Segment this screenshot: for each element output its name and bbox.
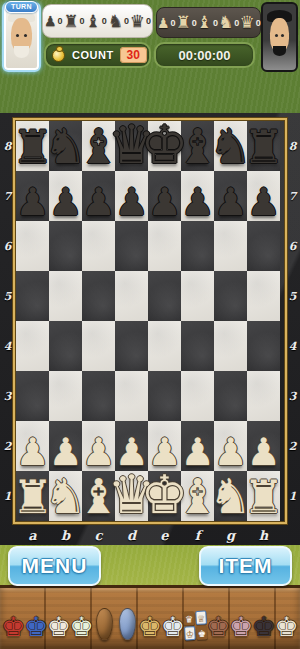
matryoshka-blue-icon <box>119 608 136 640</box>
rank-label-4-right: 4 <box>286 321 299 371</box>
captured-pawn: ♟0 <box>44 14 63 28</box>
gold-classic-king-icon: ♚ <box>138 613 162 640</box>
square-g6[interactable] <box>214 221 247 271</box>
menu-button[interactable]: MENU <box>8 546 101 586</box>
captured-white-pieces-tray: ♟0♜0♝0♞0♛0 <box>156 7 261 38</box>
skin-blue-armor-king[interactable]: ♚ <box>26 590 47 640</box>
square-g5[interactable] <box>214 271 247 321</box>
knight-icon: ♞ <box>108 13 123 30</box>
square-b5[interactable] <box>49 271 82 321</box>
rank-label-3-left: 3 <box>1 371 14 421</box>
blue-armor-king-icon: ♚ <box>24 613 48 640</box>
captured-rook: ♜0 <box>63 13 84 30</box>
file-label-b: b <box>49 524 82 546</box>
file-label-d: d <box>115 524 148 546</box>
square-d3[interactable] <box>115 371 148 421</box>
captured-count: 0 <box>80 16 85 26</box>
move-count-panel: COUNT 30 <box>44 42 151 68</box>
piece-black-pawn[interactable]: ♟ <box>115 171 148 221</box>
square-d6[interactable] <box>115 221 148 271</box>
square-a4[interactable] <box>16 321 49 371</box>
copper-staunton-king-icon: ♚ <box>206 613 230 640</box>
captured-bishop: ♝0 <box>197 14 218 31</box>
skin-ivory-staunton-king[interactable]: ♚ <box>276 590 297 640</box>
rank-label-7-left: 7 <box>1 171 14 221</box>
skin-red-armor-king[interactable]: ♚ <box>3 590 24 640</box>
square-h6[interactable] <box>247 221 280 271</box>
skin-matryoshka-blue[interactable] <box>117 590 138 640</box>
stopwatch-icon <box>52 49 65 62</box>
captured-count: 0 <box>102 16 107 26</box>
square-h3[interactable] <box>247 371 280 421</box>
rank-label-5-right: 5 <box>286 271 299 321</box>
red-armor-king-icon: ♚ <box>1 613 25 640</box>
square-a6[interactable] <box>16 221 49 271</box>
pawn-icon: ♟ <box>157 16 170 30</box>
rank-label-4-left: 4 <box>1 321 14 371</box>
skin-silver-classic-king[interactable]: ♚ <box>162 590 183 640</box>
file-label-e: e <box>148 524 181 546</box>
piece-black-pawn[interactable]: ♟ <box>247 171 280 221</box>
square-h4[interactable] <box>247 321 280 371</box>
piece-white-pawn[interactable]: ♟ <box>16 421 49 471</box>
skin-card-tile-set[interactable]: ♛♕♔♚ <box>185 590 206 640</box>
piece-skin-selector-bar: ♚♚♚♚♚♚♛♕♔♚♚♚♚♚ <box>0 585 300 649</box>
rank-label-2-right: 2 <box>286 421 299 471</box>
item-button[interactable]: ITEM <box>199 546 292 586</box>
rank-label-5-left: 5 <box>1 271 14 321</box>
skin-black-staunton-king[interactable]: ♚ <box>253 590 274 640</box>
rabbit-king-red-icon: ♚ <box>47 613 71 640</box>
rank-label-3-right: 3 <box>286 371 299 421</box>
ivory-staunton-king-icon: ♚ <box>275 613 299 640</box>
square-f4[interactable] <box>181 321 214 371</box>
file-label-h: h <box>247 524 280 546</box>
rank-label-8-right: 8 <box>286 121 299 171</box>
square-c3[interactable] <box>82 371 115 421</box>
captured-queen: ♛0 <box>239 14 260 31</box>
captured-count: 0 <box>57 16 62 26</box>
queen-icon: ♛ <box>239 14 254 31</box>
square-f3[interactable] <box>181 371 214 421</box>
rook-icon: ♜ <box>176 14 191 31</box>
skin-gold-classic-king[interactable]: ♚ <box>139 590 160 640</box>
rose-staunton-king-icon: ♚ <box>229 613 253 640</box>
square-a5[interactable] <box>16 271 49 321</box>
avatar-beard <box>273 46 286 56</box>
piece-black-pawn[interactable]: ♟ <box>214 171 247 221</box>
captured-queen: ♛0 <box>130 13 151 30</box>
skin-rabbit-king-green[interactable]: ♚ <box>71 590 92 640</box>
square-d5[interactable] <box>115 271 148 321</box>
square-b4[interactable] <box>49 321 82 371</box>
right-player-avatar <box>261 2 298 72</box>
bishop-icon: ♝ <box>86 13 101 30</box>
skin-rabbit-king-red[interactable]: ♚ <box>48 590 69 640</box>
skin-rose-staunton-king[interactable]: ♚ <box>231 590 252 640</box>
square-h5[interactable] <box>247 271 280 321</box>
bishop-icon: ♝ <box>197 14 212 31</box>
count-value-badge: 30 <box>120 47 147 63</box>
pawn-icon: ♟ <box>44 14 57 28</box>
captured-count: 0 <box>256 18 261 28</box>
captured-rook: ♜0 <box>176 14 197 31</box>
captured-black-pieces-tray: ♟0♜0♝0♞0♛0 <box>42 4 153 38</box>
avatar-beard <box>14 46 29 58</box>
queen-icon: ♛ <box>130 13 145 30</box>
square-c6[interactable] <box>82 221 115 271</box>
skin-copper-staunton-king[interactable]: ♚ <box>208 590 229 640</box>
silver-classic-king-icon: ♚ <box>161 613 185 640</box>
file-label-g: g <box>214 524 247 546</box>
square-b6[interactable] <box>49 221 82 271</box>
count-label: COUNT <box>72 49 114 61</box>
square-g3[interactable] <box>214 371 247 421</box>
rook-icon: ♜ <box>63 13 78 30</box>
square-a3[interactable] <box>16 371 49 421</box>
piece-black-pawn[interactable]: ♟ <box>82 171 115 221</box>
square-g4[interactable] <box>214 321 247 371</box>
square-e3[interactable] <box>148 371 181 421</box>
square-f6[interactable] <box>181 221 214 271</box>
captured-pawn: ♟0 <box>157 16 176 30</box>
piece-white-pawn[interactable]: ♟ <box>49 421 82 471</box>
piece-black-pawn[interactable]: ♟ <box>16 171 49 221</box>
square-c5[interactable] <box>82 271 115 321</box>
piece-black-pawn[interactable]: ♟ <box>148 171 181 221</box>
piece-white-pawn[interactable]: ♟ <box>247 421 280 471</box>
piece-white-pawn[interactable]: ♟ <box>214 421 247 471</box>
rabbit-king-green-icon: ♚ <box>70 613 94 640</box>
rank-label-6-right: 6 <box>286 221 299 271</box>
file-label-f: f <box>181 524 214 546</box>
rank-label-2-left: 2 <box>1 421 14 471</box>
square-f5[interactable] <box>181 271 214 321</box>
file-label-a: a <box>16 524 49 546</box>
square-e4[interactable] <box>148 321 181 371</box>
piece-black-pawn[interactable]: ♟ <box>181 171 214 221</box>
file-label-c: c <box>82 524 115 546</box>
square-d4[interactable] <box>115 321 148 371</box>
board-grid: ♜♞♝♛♚♝♞♜♟♟♟♟♟♟♟♟♟♟♟♟♟♟♟♟♜♞♝♛♚♝♞♜ <box>16 121 280 521</box>
timer-value: 00:00:00 <box>178 48 230 63</box>
skin-matryoshka-brown[interactable] <box>94 590 115 640</box>
captured-count: 0 <box>124 16 129 26</box>
square-c4[interactable] <box>82 321 115 371</box>
chess-game-screen: TURN ♟0♜0♝0♞0♛0 ♟0♜0♝0♞0♛0 COUNT 30 00:0… <box>0 0 300 649</box>
captured-knight: ♞0 <box>218 14 239 31</box>
rank-label-6-left: 6 <box>1 221 14 271</box>
game-timer-panel: 00:00:00 <box>154 42 255 68</box>
rank-label-7-right: 7 <box>286 171 299 221</box>
piece-black-rook[interactable]: ♜ <box>247 121 280 171</box>
captured-knight: ♞0 <box>108 13 129 30</box>
matryoshka-brown-icon <box>96 608 113 640</box>
black-staunton-king-icon: ♚ <box>252 613 276 640</box>
card-tile-set-icon: ♛♕♔♚ <box>183 610 207 640</box>
square-b3[interactable] <box>49 371 82 421</box>
piece-white-rook[interactable]: ♜ <box>247 471 280 521</box>
captured-count: 0 <box>146 16 151 26</box>
turn-indicator-badge: TURN <box>5 1 38 13</box>
piece-black-pawn[interactable]: ♟ <box>49 171 82 221</box>
captured-bishop: ♝0 <box>86 13 107 30</box>
square-e6[interactable] <box>148 221 181 271</box>
knight-icon: ♞ <box>218 14 233 31</box>
rank-label-1-right: 1 <box>286 471 299 521</box>
square-e5[interactable] <box>148 271 181 321</box>
